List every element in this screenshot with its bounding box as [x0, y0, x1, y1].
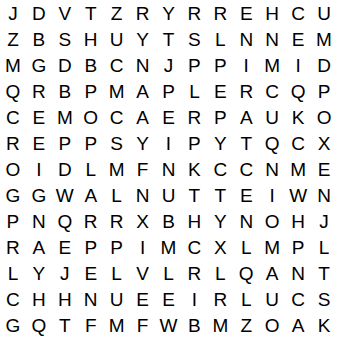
grid-cell[interactable]: L [207, 26, 233, 52]
grid-cell[interactable]: H [26, 286, 52, 312]
word-search-board: JDVTZRYRREHCUZBSHUYTSLNNEMMGDBCNJPPIMIDQ… [0, 0, 337, 338]
grid-cell[interactable]: A [130, 104, 156, 130]
grid-cell[interactable]: G [26, 182, 52, 208]
grid-cell[interactable]: P [285, 234, 311, 260]
grid-cell[interactable]: E [207, 78, 233, 104]
grid-cell[interactable]: E [26, 104, 52, 130]
grid-cell[interactable]: C [285, 0, 311, 26]
grid-cell[interactable]: C [181, 234, 207, 260]
grid-cell[interactable]: R [181, 0, 207, 26]
grid-cell[interactable]: I [181, 286, 207, 312]
grid-cell[interactable]: T [156, 26, 182, 52]
grid-cell[interactable]: B [52, 78, 78, 104]
grid-cell[interactable]: Y [26, 260, 52, 286]
grid-cell[interactable]: M [104, 156, 130, 182]
grid-cell[interactable]: E [311, 156, 337, 182]
grid-cell[interactable]: Y [207, 208, 233, 234]
grid-cell[interactable]: P [78, 78, 104, 104]
grid-cell[interactable]: E [285, 26, 311, 52]
grid-cell[interactable]: E [156, 104, 182, 130]
grid-cell[interactable]: M [259, 234, 285, 260]
grid-cell[interactable]: S [181, 26, 207, 52]
grid-cell[interactable]: G [26, 52, 52, 78]
grid-cell[interactable]: T [207, 182, 233, 208]
grid-cell[interactable]: I [156, 130, 182, 156]
grid-cell[interactable]: N [130, 52, 156, 78]
grid-cell[interactable]: J [52, 260, 78, 286]
grid-cell[interactable]: O [259, 312, 285, 338]
grid-cell[interactable]: L [207, 260, 233, 286]
grid-cell[interactable]: F [78, 312, 104, 338]
grid-cell[interactable]: Y [130, 130, 156, 156]
grid-cell[interactable]: Y [207, 130, 233, 156]
grid-cell[interactable]: O [0, 156, 26, 182]
grid-cell[interactable]: C [104, 104, 130, 130]
grid-cell[interactable]: U [259, 104, 285, 130]
grid-cell[interactable]: I [26, 156, 52, 182]
grid-cell[interactable]: R [0, 234, 26, 260]
grid-cell[interactable]: C [259, 78, 285, 104]
grid-cell[interactable]: L [181, 78, 207, 104]
grid-cell[interactable]: H [181, 208, 207, 234]
grid-cell[interactable]: D [52, 156, 78, 182]
grid-cell[interactable]: P [0, 208, 26, 234]
grid-cell[interactable]: A [78, 182, 104, 208]
grid-cell[interactable]: P [181, 130, 207, 156]
grid-cell[interactable]: F [130, 156, 156, 182]
grid-cell[interactable]: M [104, 78, 130, 104]
grid-cell[interactable]: N [78, 286, 104, 312]
grid-cell[interactable]: A [259, 260, 285, 286]
grid-cell[interactable]: S [52, 26, 78, 52]
grid-cell[interactable]: E [52, 234, 78, 260]
grid-cell[interactable]: R [207, 286, 233, 312]
grid-cell[interactable]: K [311, 312, 337, 338]
grid-cell[interactable]: Q [285, 78, 311, 104]
grid-cell[interactable]: N [156, 156, 182, 182]
grid-cell[interactable]: C [104, 52, 130, 78]
grid-cell[interactable]: M [259, 52, 285, 78]
grid-cell[interactable]: C [0, 104, 26, 130]
grid-cell[interactable]: M [104, 312, 130, 338]
grid-cell[interactable]: E [26, 130, 52, 156]
grid-cell[interactable]: O [78, 104, 104, 130]
grid-cell[interactable]: G [0, 312, 26, 338]
grid-cell[interactable]: O [311, 104, 337, 130]
grid-cell[interactable]: L [104, 182, 130, 208]
grid-cell[interactable]: R [0, 130, 26, 156]
grid-cell[interactable]: Q [0, 78, 26, 104]
grid-cell[interactable]: H [78, 26, 104, 52]
grid-cell[interactable]: Z [104, 0, 130, 26]
grid-cell[interactable]: P [207, 104, 233, 130]
grid-cell[interactable]: U [259, 286, 285, 312]
grid-cell[interactable]: W [156, 312, 182, 338]
grid-cell[interactable]: B [26, 26, 52, 52]
grid-cell[interactable]: Y [130, 26, 156, 52]
grid-cell[interactable]: Y [156, 0, 182, 26]
grid-cell[interactable]: E [130, 286, 156, 312]
grid-cell[interactable]: Z [0, 26, 26, 52]
grid-cell[interactable]: R [181, 260, 207, 286]
grid-cell[interactable]: C [285, 130, 311, 156]
grid-cell[interactable]: T [52, 312, 78, 338]
grid-cell[interactable]: J [0, 0, 26, 26]
grid-cell[interactable]: B [181, 312, 207, 338]
grid-cell[interactable]: T [311, 260, 337, 286]
grid-cell[interactable]: R [207, 0, 233, 26]
grid-cell[interactable]: P [104, 234, 130, 260]
grid-cell[interactable]: A [285, 312, 311, 338]
grid-cell[interactable]: L [233, 234, 259, 260]
grid-cell[interactable]: F [130, 312, 156, 338]
grid-cell[interactable]: L [104, 260, 130, 286]
grid-cell[interactable]: C [207, 156, 233, 182]
grid-cell[interactable]: I [130, 234, 156, 260]
grid-cell[interactable]: C [233, 156, 259, 182]
grid-cell[interactable]: I [259, 182, 285, 208]
grid-cell[interactable]: H [259, 0, 285, 26]
grid-cell[interactable]: D [52, 52, 78, 78]
grid-cell[interactable]: U [104, 26, 130, 52]
grid-cell[interactable]: M [311, 26, 337, 52]
grid-cell[interactable]: G [0, 182, 26, 208]
grid-cell[interactable]: D [26, 0, 52, 26]
grid-cell[interactable]: V [52, 0, 78, 26]
grid-cell[interactable]: Q [26, 312, 52, 338]
grid-cell[interactable]: M [207, 312, 233, 338]
grid-cell[interactable]: Q [233, 260, 259, 286]
grid-cell[interactable]: P [311, 78, 337, 104]
grid-cell[interactable]: E [78, 260, 104, 286]
grid-cell[interactable]: T [233, 130, 259, 156]
grid-cell[interactable]: C [0, 286, 26, 312]
grid-cell[interactable]: H [52, 286, 78, 312]
grid-cell[interactable]: B [156, 208, 182, 234]
grid-cell[interactable]: E [233, 0, 259, 26]
grid-cell[interactable]: T [78, 0, 104, 26]
grid-cell[interactable]: Z [233, 312, 259, 338]
grid-cell[interactable]: Q [52, 208, 78, 234]
grid-cell[interactable]: R [233, 78, 259, 104]
grid-cell[interactable]: X [130, 208, 156, 234]
grid-cell[interactable]: K [285, 104, 311, 130]
grid-cell[interactable]: L [0, 260, 26, 286]
grid-cell[interactable]: E [233, 182, 259, 208]
grid-cell[interactable]: R [26, 78, 52, 104]
grid-cell[interactable]: M [285, 156, 311, 182]
grid-cell[interactable]: L [233, 286, 259, 312]
grid-cell[interactable]: V [130, 260, 156, 286]
grid-cell[interactable]: S [311, 286, 337, 312]
grid-cell[interactable]: C [285, 286, 311, 312]
grid-cell[interactable]: R [181, 104, 207, 130]
grid-cell[interactable]: E [156, 286, 182, 312]
grid-cell[interactable]: N [130, 182, 156, 208]
grid-cell[interactable]: R [130, 0, 156, 26]
grid-cell[interactable]: L [156, 260, 182, 286]
grid-cell[interactable]: A [130, 78, 156, 104]
grid-cell[interactable]: N [259, 26, 285, 52]
grid-cell[interactable]: M [156, 234, 182, 260]
grid-cell[interactable]: R [78, 208, 104, 234]
grid-cell[interactable]: N [26, 208, 52, 234]
grid-cell[interactable]: M [52, 104, 78, 130]
grid-cell[interactable]: R [104, 208, 130, 234]
grid-cell[interactable]: U [104, 286, 130, 312]
grid-cell[interactable]: X [207, 234, 233, 260]
grid-cell[interactable]: N [233, 208, 259, 234]
grid-cell[interactable]: U [156, 182, 182, 208]
grid-cell[interactable]: N [285, 260, 311, 286]
grid-cell[interactable]: L [78, 156, 104, 182]
grid-cell[interactable]: X [311, 130, 337, 156]
grid-cell[interactable]: I [233, 52, 259, 78]
grid-cell[interactable]: P [156, 78, 182, 104]
grid-cell[interactable]: P [181, 52, 207, 78]
grid-cell[interactable]: A [26, 234, 52, 260]
grid-cell[interactable]: L [311, 234, 337, 260]
grid-cell[interactable]: P [78, 130, 104, 156]
grid-cell[interactable]: N [311, 182, 337, 208]
grid-cell[interactable]: W [285, 182, 311, 208]
grid-cell[interactable]: T [181, 182, 207, 208]
grid-cell[interactable]: W [52, 182, 78, 208]
grid-cell[interactable]: D [311, 52, 337, 78]
grid-cell[interactable]: A [233, 104, 259, 130]
grid-cell[interactable]: U [311, 0, 337, 26]
grid-cell[interactable]: N [233, 26, 259, 52]
grid-cell[interactable]: I [285, 52, 311, 78]
grid-cell[interactable]: J [156, 52, 182, 78]
grid-cell[interactable]: O [259, 208, 285, 234]
grid-cell[interactable]: P [52, 130, 78, 156]
grid-cell[interactable]: M [0, 52, 26, 78]
grid-cell[interactable]: P [207, 52, 233, 78]
grid-cell[interactable]: P [78, 234, 104, 260]
grid-cell[interactable]: N [259, 156, 285, 182]
grid-cell[interactable]: Q [259, 130, 285, 156]
grid-cell[interactable]: K [181, 156, 207, 182]
grid-cell[interactable]: B [78, 52, 104, 78]
grid-cell[interactable]: H [285, 208, 311, 234]
grid-cell[interactable]: J [311, 208, 337, 234]
grid-cell[interactable]: S [104, 130, 130, 156]
